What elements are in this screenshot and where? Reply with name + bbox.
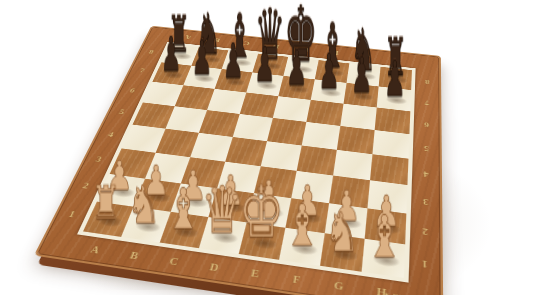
- square-d5: [232, 113, 272, 140]
- piece-shadow-c1: [167, 222, 205, 241]
- piece-shadow-f1: [285, 238, 322, 258]
- square-e5: [267, 117, 306, 145]
- piece-shadow-h1: [367, 249, 404, 269]
- piece-shadow-h2: [370, 218, 405, 237]
- piece-shadow-d1: [205, 227, 242, 246]
- piece-shadow-b1: [128, 216, 166, 235]
- chessboard-3d: ♜♞♝♛♚♝♞♜♟♟♟♟♟♟♟♟♟♟♟♟♟♟♟♟♜♞♝♛♚♝♞♝ ✶ DU RO…: [36, 26, 440, 295]
- product-photo-scene: ♜♞♝♛♚♝♞♜♟♟♟♟♟♟♟♟♟♟♟♟♟♟♟♟♜♞♝♛♚♝♞♝ ✶ DU RO…: [0, 0, 533, 295]
- piece-shadow-e2: [253, 203, 289, 221]
- board-frame: ♜♞♝♛♚♝♞♜♟♟♟♟♟♟♟♟♟♟♟♟♟♟♟♟♜♞♝♛♚♝♞♝ ✶ DU RO…: [36, 26, 440, 295]
- piece-shadow-d2: [215, 198, 251, 216]
- piece-shadow-a2: [104, 183, 140, 200]
- piece-shadow-c2: [177, 193, 213, 210]
- piece-shadow-g2: [330, 213, 365, 231]
- piece-shadow-a1: [90, 211, 128, 229]
- piece-shadow-g1: [326, 244, 363, 264]
- piece-shadow-b2: [140, 188, 176, 205]
- piece-shadow-f2: [291, 208, 326, 226]
- piece-shadow-e1: [245, 233, 282, 252]
